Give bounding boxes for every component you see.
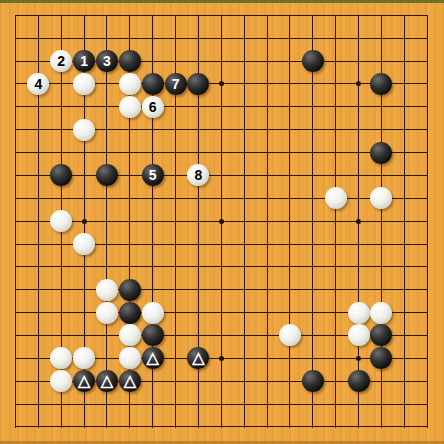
white-stone[interactable] <box>119 96 141 118</box>
white-stone[interactable] <box>119 347 141 369</box>
grid-line-vertical <box>106 15 107 428</box>
triangle-mark: △ <box>119 370 141 392</box>
go-board[interactable]: 21347658△△△△△ <box>0 0 444 444</box>
grid-line-vertical <box>427 15 428 428</box>
grid-line-vertical <box>289 15 290 428</box>
white-stone[interactable] <box>370 302 392 324</box>
grid-line-horizontal <box>16 404 429 405</box>
black-stone[interactable] <box>370 347 392 369</box>
grid-line-vertical <box>404 15 405 428</box>
move-number-label: 7 <box>165 73 187 95</box>
triangle-mark: △ <box>142 347 164 369</box>
white-stone[interactable] <box>325 187 347 209</box>
white-stone[interactable] <box>73 73 95 95</box>
white-stone[interactable] <box>50 370 72 392</box>
black-stone[interactable]: 5 <box>142 164 164 186</box>
star-point <box>356 356 361 361</box>
grid-line-horizontal <box>16 15 429 16</box>
black-stone[interactable] <box>302 50 324 72</box>
triangle-mark: △ <box>187 347 209 369</box>
white-stone[interactable] <box>119 324 141 346</box>
black-stone[interactable] <box>348 370 370 392</box>
white-stone[interactable]: 8 <box>187 164 209 186</box>
white-stone[interactable] <box>370 187 392 209</box>
black-stone[interactable]: △ <box>142 347 164 369</box>
move-number-label: 8 <box>187 164 209 186</box>
black-stone[interactable]: △ <box>96 370 118 392</box>
black-stone[interactable]: △ <box>119 370 141 392</box>
move-number-label: 3 <box>96 50 118 72</box>
grid-line-horizontal <box>16 152 429 153</box>
white-stone[interactable] <box>96 302 118 324</box>
star-point <box>219 81 224 86</box>
white-stone[interactable] <box>96 279 118 301</box>
white-stone[interactable] <box>73 119 95 141</box>
star-point <box>219 356 224 361</box>
black-stone[interactable] <box>96 164 118 186</box>
white-stone[interactable]: 6 <box>142 96 164 118</box>
black-stone[interactable]: 7 <box>165 73 187 95</box>
grid-line-horizontal <box>16 426 429 427</box>
star-point <box>356 81 361 86</box>
move-number-label: 5 <box>142 164 164 186</box>
grid-line-horizontal <box>16 289 429 290</box>
black-stone[interactable] <box>119 302 141 324</box>
black-stone[interactable]: 3 <box>96 50 118 72</box>
black-stone[interactable] <box>370 142 392 164</box>
black-stone[interactable] <box>50 164 72 186</box>
black-stone[interactable]: △ <box>73 370 95 392</box>
white-stone[interactable] <box>50 210 72 232</box>
black-stone[interactable] <box>119 279 141 301</box>
grid-line-horizontal <box>16 175 429 176</box>
grid-line-vertical <box>15 15 16 428</box>
black-stone[interactable] <box>142 73 164 95</box>
grid-line-vertical <box>267 15 268 428</box>
grid-line-vertical <box>244 15 245 428</box>
black-stone[interactable] <box>119 50 141 72</box>
black-stone[interactable] <box>187 73 209 95</box>
triangle-mark: △ <box>73 370 95 392</box>
triangle-mark: △ <box>96 370 118 392</box>
star-point <box>219 219 224 224</box>
grid-line-horizontal <box>16 198 429 199</box>
black-stone[interactable]: 1 <box>73 50 95 72</box>
white-stone[interactable] <box>73 233 95 255</box>
move-number-label: 4 <box>27 73 49 95</box>
move-number-label: 1 <box>73 50 95 72</box>
star-point <box>356 219 361 224</box>
move-number-label: 6 <box>142 96 164 118</box>
white-stone[interactable] <box>348 324 370 346</box>
grid-line-vertical <box>312 15 313 428</box>
black-stone[interactable] <box>370 73 392 95</box>
grid-line-vertical <box>335 15 336 428</box>
star-point <box>82 219 87 224</box>
move-number-label: 2 <box>50 50 72 72</box>
grid-line-horizontal <box>16 106 429 107</box>
board-top-border <box>0 0 444 3</box>
black-stone[interactable] <box>370 324 392 346</box>
white-stone[interactable] <box>73 347 95 369</box>
grid-line-horizontal <box>16 38 429 39</box>
black-stone[interactable]: △ <box>187 347 209 369</box>
white-stone[interactable] <box>119 73 141 95</box>
white-stone[interactable] <box>50 347 72 369</box>
white-stone[interactable] <box>348 302 370 324</box>
grid-line-horizontal <box>16 266 429 267</box>
white-stone[interactable] <box>142 302 164 324</box>
black-stone[interactable] <box>142 324 164 346</box>
white-stone[interactable]: 4 <box>27 73 49 95</box>
white-stone[interactable] <box>279 324 301 346</box>
white-stone[interactable]: 2 <box>50 50 72 72</box>
black-stone[interactable] <box>302 370 324 392</box>
